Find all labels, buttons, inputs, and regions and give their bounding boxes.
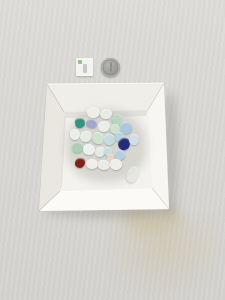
plate-rim-top [47,83,164,112]
photo-canvas [0,0,225,300]
sea-glass-piece-aqua [103,133,115,145]
sea-glass-piece-seafoam [71,141,83,153]
sea-glass-piece-lavender [85,118,97,128]
